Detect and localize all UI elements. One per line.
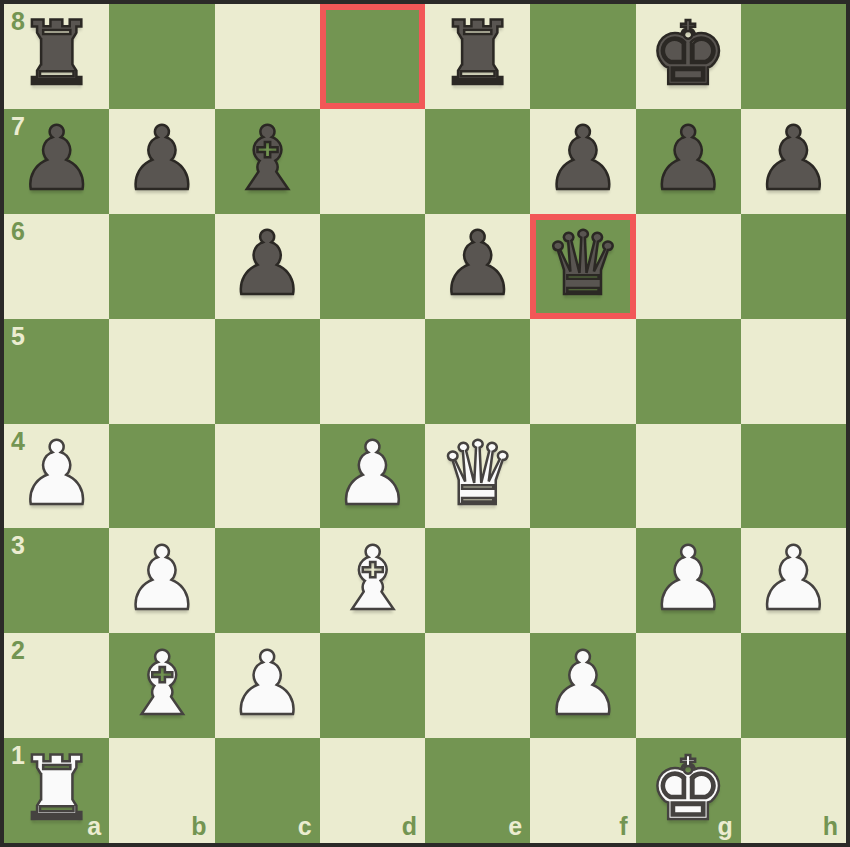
square-b7[interactable]: ♟ (109, 109, 214, 214)
square-e3[interactable] (425, 528, 530, 633)
piece-white-king[interactable]: ♚ (649, 745, 728, 833)
piece-white-pawn[interactable]: ♟ (122, 535, 201, 623)
square-c1[interactable]: c (215, 738, 320, 843)
square-d4[interactable]: ♟ (320, 424, 425, 529)
square-d6[interactable] (320, 214, 425, 319)
square-c5[interactable] (215, 319, 320, 424)
file-label-f: f (619, 812, 627, 841)
square-d8[interactable] (320, 4, 425, 109)
square-f6[interactable]: ♛ (530, 214, 635, 319)
square-f3[interactable] (530, 528, 635, 633)
piece-black-pawn[interactable]: ♟ (649, 115, 728, 203)
square-c3[interactable] (215, 528, 320, 633)
piece-black-rook[interactable]: ♜ (17, 10, 96, 98)
square-d3[interactable]: ♝ (320, 528, 425, 633)
square-f2[interactable]: ♟ (530, 633, 635, 738)
piece-black-bishop[interactable]: ♝ (228, 115, 307, 203)
piece-white-pawn[interactable]: ♟ (228, 640, 307, 728)
piece-white-pawn[interactable]: ♟ (333, 430, 412, 518)
square-e5[interactable] (425, 319, 530, 424)
square-a8[interactable]: 8♜ (4, 4, 109, 109)
piece-black-pawn[interactable]: ♟ (17, 115, 96, 203)
square-a6[interactable]: 6 (4, 214, 109, 319)
file-label-e: e (508, 812, 522, 841)
square-d1[interactable]: d (320, 738, 425, 843)
square-e4[interactable]: ♛ (425, 424, 530, 529)
square-g4[interactable] (636, 424, 741, 529)
piece-black-pawn[interactable]: ♟ (754, 115, 833, 203)
board-frame: 8♜♜♚7♟♟♝♟♟♟6♟♟♛54♟♟♛3♟♝♟♟2♝♟♟1a♜bcdefg♚h (0, 0, 850, 847)
square-b3[interactable]: ♟ (109, 528, 214, 633)
square-b6[interactable] (109, 214, 214, 319)
square-h7[interactable]: ♟ (741, 109, 846, 214)
square-a2[interactable]: 2 (4, 633, 109, 738)
file-label-h: h (823, 812, 838, 841)
rank-label-2: 2 (11, 636, 25, 665)
square-d5[interactable] (320, 319, 425, 424)
square-c6[interactable]: ♟ (215, 214, 320, 319)
square-f7[interactable]: ♟ (530, 109, 635, 214)
square-c4[interactable] (215, 424, 320, 529)
piece-white-pawn[interactable]: ♟ (543, 640, 622, 728)
square-c7[interactable]: ♝ (215, 109, 320, 214)
square-b5[interactable] (109, 319, 214, 424)
square-e1[interactable]: e (425, 738, 530, 843)
square-g5[interactable] (636, 319, 741, 424)
piece-white-bishop[interactable]: ♝ (122, 640, 201, 728)
square-h5[interactable] (741, 319, 846, 424)
square-f4[interactable] (530, 424, 635, 529)
square-f5[interactable] (530, 319, 635, 424)
square-e7[interactable] (425, 109, 530, 214)
square-g2[interactable] (636, 633, 741, 738)
square-d2[interactable] (320, 633, 425, 738)
square-b1[interactable]: b (109, 738, 214, 843)
piece-black-pawn[interactable]: ♟ (228, 220, 307, 308)
square-g7[interactable]: ♟ (636, 109, 741, 214)
piece-black-rook[interactable]: ♜ (438, 10, 517, 98)
square-e6[interactable]: ♟ (425, 214, 530, 319)
square-a4[interactable]: 4♟ (4, 424, 109, 529)
square-h8[interactable] (741, 4, 846, 109)
square-b8[interactable] (109, 4, 214, 109)
square-b2[interactable]: ♝ (109, 633, 214, 738)
square-d7[interactable] (320, 109, 425, 214)
piece-white-pawn[interactable]: ♟ (649, 535, 728, 623)
piece-black-queen[interactable]: ♛ (543, 220, 622, 308)
file-label-d: d (402, 812, 417, 841)
square-h6[interactable] (741, 214, 846, 319)
square-e2[interactable] (425, 633, 530, 738)
square-a5[interactable]: 5 (4, 319, 109, 424)
piece-black-pawn[interactable]: ♟ (543, 115, 622, 203)
square-c2[interactable]: ♟ (215, 633, 320, 738)
piece-white-bishop[interactable]: ♝ (333, 535, 412, 623)
square-a7[interactable]: 7♟ (4, 109, 109, 214)
square-g8[interactable]: ♚ (636, 4, 741, 109)
square-b4[interactable] (109, 424, 214, 529)
piece-white-pawn[interactable]: ♟ (17, 430, 96, 518)
file-label-b: b (191, 812, 206, 841)
square-f1[interactable]: f (530, 738, 635, 843)
piece-black-king[interactable]: ♚ (649, 10, 728, 98)
rank-label-5: 5 (11, 322, 25, 351)
file-label-c: c (298, 812, 312, 841)
piece-black-pawn[interactable]: ♟ (122, 115, 201, 203)
square-h2[interactable] (741, 633, 846, 738)
chess-board: 8♜♜♚7♟♟♝♟♟♟6♟♟♛54♟♟♛3♟♝♟♟2♝♟♟1a♜bcdefg♚h (4, 4, 846, 843)
piece-black-pawn[interactable]: ♟ (438, 220, 517, 308)
rank-label-3: 3 (11, 531, 25, 560)
rank-label-6: 6 (11, 217, 25, 246)
square-a1[interactable]: 1a♜ (4, 738, 109, 843)
square-h3[interactable]: ♟ (741, 528, 846, 633)
square-g3[interactable]: ♟ (636, 528, 741, 633)
square-g6[interactable] (636, 214, 741, 319)
square-e8[interactable]: ♜ (425, 4, 530, 109)
piece-white-pawn[interactable]: ♟ (754, 535, 833, 623)
square-c8[interactable] (215, 4, 320, 109)
square-f8[interactable] (530, 4, 635, 109)
square-h1[interactable]: h (741, 738, 846, 843)
piece-white-queen[interactable]: ♛ (438, 430, 517, 518)
piece-white-rook[interactable]: ♜ (17, 745, 96, 833)
square-a3[interactable]: 3 (4, 528, 109, 633)
square-g1[interactable]: g♚ (636, 738, 741, 843)
square-h4[interactable] (741, 424, 846, 529)
